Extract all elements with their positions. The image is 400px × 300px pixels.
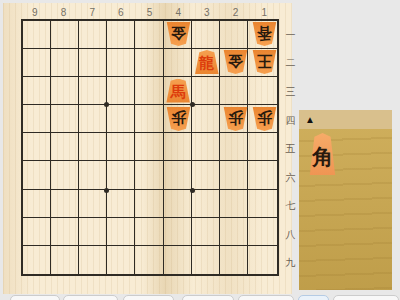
board-cell[interactable] (79, 190, 107, 218)
toolbar-button[interactable] (298, 295, 329, 300)
board-cell[interactable] (248, 218, 276, 246)
piece-kanji: 王 (257, 53, 272, 68)
file-label: 1 (250, 6, 279, 19)
star-point (190, 188, 195, 193)
board-cell[interactable] (51, 105, 79, 133)
piece-kanji: 歩 (228, 110, 243, 125)
board-cell[interactable] (220, 77, 248, 105)
board-cell[interactable] (107, 246, 135, 274)
board-cell[interactable] (51, 77, 79, 105)
board-cell[interactable] (23, 105, 51, 133)
board-cell[interactable] (135, 161, 163, 189)
rank-label: 二 (283, 56, 298, 70)
board-cell[interactable] (248, 77, 276, 105)
toolbar-button[interactable] (63, 295, 118, 300)
board-cell[interactable] (107, 77, 135, 105)
toolbar-button[interactable] (333, 295, 399, 300)
file-label: 6 (107, 6, 136, 19)
board-cell[interactable] (51, 21, 79, 49)
board-cell[interactable] (164, 49, 192, 77)
toolbar-button[interactable] (123, 295, 174, 300)
board-cell[interactable] (248, 190, 276, 218)
board-cell[interactable] (192, 190, 220, 218)
board-cell[interactable] (192, 133, 220, 161)
board-cell[interactable] (192, 161, 220, 189)
board-cell[interactable] (23, 218, 51, 246)
board-cell[interactable] (51, 161, 79, 189)
board-cell[interactable] (192, 105, 220, 133)
board-cell[interactable] (164, 161, 192, 189)
rank-label: 五 (283, 142, 298, 156)
board-cell[interactable] (51, 133, 79, 161)
board-cell[interactable] (192, 218, 220, 246)
file-label: 3 (193, 6, 222, 19)
board-cell[interactable] (192, 21, 220, 49)
board-cell[interactable] (164, 133, 192, 161)
file-label: 9 (21, 6, 50, 19)
board-cell[interactable] (107, 133, 135, 161)
board-cell[interactable] (23, 246, 51, 274)
piece-kanji: 歩 (257, 110, 272, 125)
board-cell[interactable] (192, 246, 220, 274)
board-cell[interactable] (107, 190, 135, 218)
piece-kanji: 龍 (199, 56, 214, 71)
piece-kanji: 金 (171, 25, 186, 40)
board-cell[interactable] (51, 190, 79, 218)
board-cell[interactable] (79, 105, 107, 133)
board-cell[interactable] (135, 21, 163, 49)
board-cell[interactable] (164, 218, 192, 246)
rank-label: 七 (283, 199, 298, 213)
rank-label: 八 (283, 228, 298, 242)
piece-stand-sente: ▲ 角 (299, 110, 392, 290)
piece-kanji: 金 (228, 53, 243, 68)
board-cell[interactable] (23, 21, 51, 49)
board-cell[interactable] (135, 77, 163, 105)
board-cell[interactable] (79, 218, 107, 246)
piece-kanji: 角 (312, 143, 333, 171)
board-cell[interactable] (192, 77, 220, 105)
board-cell[interactable] (79, 77, 107, 105)
rank-label: 四 (283, 114, 298, 128)
rank-label: 一 (283, 28, 298, 42)
board-cell[interactable] (220, 190, 248, 218)
shogi-board: 987654321 一二三四五六七八九 金香龍金王馬歩歩歩 (3, 3, 292, 294)
board-cell[interactable] (79, 133, 107, 161)
board-cell[interactable] (135, 246, 163, 274)
board-cell[interactable] (107, 49, 135, 77)
board-cell[interactable] (164, 246, 192, 274)
toolbar-button[interactable] (182, 295, 234, 300)
board-cell[interactable] (248, 133, 276, 161)
board-cell[interactable] (51, 218, 79, 246)
board-cell[interactable] (23, 190, 51, 218)
board-cell[interactable] (107, 105, 135, 133)
file-label: 2 (221, 6, 250, 19)
piece-kanji: 歩 (171, 110, 186, 125)
toolbar-button[interactable] (238, 295, 294, 300)
board-cell[interactable] (23, 49, 51, 77)
board-cell[interactable] (79, 246, 107, 274)
board-cell[interactable] (79, 21, 107, 49)
rank-label: 三 (283, 85, 298, 99)
file-label: 7 (78, 6, 107, 19)
board-cell[interactable] (135, 105, 163, 133)
board-cell[interactable] (79, 49, 107, 77)
toolbar-button[interactable] (10, 295, 60, 300)
board-cell[interactable] (135, 133, 163, 161)
board-cell[interactable] (107, 21, 135, 49)
board-cell[interactable] (107, 161, 135, 189)
board-cell[interactable] (248, 246, 276, 274)
board-cell[interactable] (220, 161, 248, 189)
sente-marker: ▲ (305, 115, 315, 125)
board-cell[interactable] (220, 246, 248, 274)
file-label: 8 (49, 6, 78, 19)
board-cell[interactable] (135, 190, 163, 218)
piece-kanji: 香 (257, 25, 272, 40)
star-point (104, 188, 109, 193)
board-cell[interactable] (51, 49, 79, 77)
board-cell[interactable] (135, 49, 163, 77)
board-cell[interactable] (79, 161, 107, 189)
board-cell[interactable] (135, 218, 163, 246)
board-cell[interactable] (220, 218, 248, 246)
board-cell[interactable] (23, 161, 51, 189)
board-cell[interactable] (107, 218, 135, 246)
file-label: 4 (164, 6, 193, 19)
board-cell[interactable] (164, 190, 192, 218)
hand-piece-bishop[interactable]: 角 (309, 133, 336, 175)
rank-label: 六 (283, 171, 298, 185)
board-cell[interactable] (51, 246, 79, 274)
board-cell[interactable] (220, 133, 248, 161)
board-cell[interactable] (23, 133, 51, 161)
rank-label: 九 (283, 256, 298, 270)
piece-stand-header: ▲ (299, 110, 392, 129)
piece-kanji: 馬 (171, 85, 186, 100)
file-label: 5 (135, 6, 164, 19)
board-cell[interactable] (248, 161, 276, 189)
board-cell[interactable] (220, 21, 248, 49)
board-cell[interactable] (23, 77, 51, 105)
